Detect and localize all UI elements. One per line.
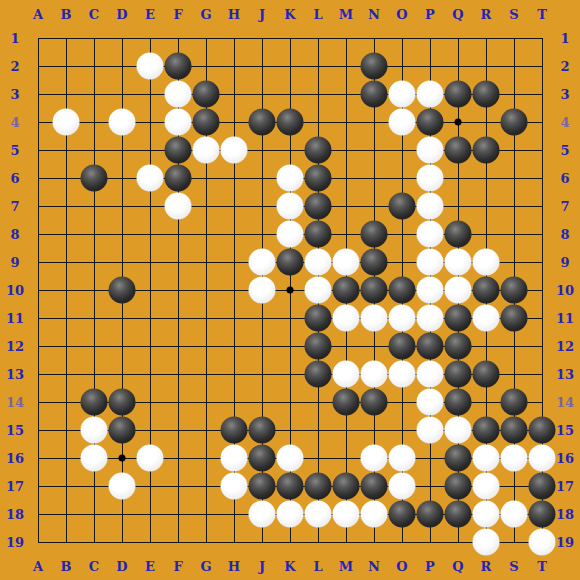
row-label-left-7: 7 [10, 200, 19, 213]
stone-black-M10 [333, 277, 360, 304]
stone-black-L8 [305, 221, 332, 248]
stone-white-P11 [417, 305, 444, 332]
stone-black-K17 [277, 473, 304, 500]
col-label-top-A: A [33, 8, 43, 21]
stone-white-E16 [137, 445, 164, 472]
col-label-top-R: R [481, 8, 492, 21]
stone-black-R5 [473, 137, 500, 164]
col-label-top-F: F [173, 8, 182, 21]
stone-white-L9 [305, 249, 332, 276]
stone-white-R9 [473, 249, 500, 276]
stone-black-Q5 [445, 137, 472, 164]
row-label-left-13: 13 [6, 368, 24, 381]
stone-black-J4 [249, 109, 276, 136]
row-label-left-19: 19 [6, 536, 24, 549]
row-label-right-15: 15 [556, 424, 574, 437]
stone-black-O12 [389, 333, 416, 360]
row-label-left-15: 15 [6, 424, 24, 437]
stone-white-N13 [361, 361, 388, 388]
stone-white-B4 [53, 109, 80, 136]
col-label-top-T: T [537, 8, 547, 21]
stone-white-L18 [305, 501, 332, 528]
stone-white-Q10 [445, 277, 472, 304]
stone-black-L12 [305, 333, 332, 360]
stone-white-M13 [333, 361, 360, 388]
stone-white-R11 [473, 305, 500, 332]
stone-white-N18 [361, 501, 388, 528]
stone-white-Q9 [445, 249, 472, 276]
stone-white-R17 [473, 473, 500, 500]
col-label-bottom-E: E [145, 560, 155, 573]
stone-white-O13 [389, 361, 416, 388]
stone-white-H17 [221, 473, 248, 500]
stone-white-K8 [277, 221, 304, 248]
stone-white-J18 [249, 501, 276, 528]
row-label-left-8: 8 [10, 228, 19, 241]
stone-black-D14 [109, 389, 136, 416]
col-label-bottom-T: T [537, 560, 547, 573]
row-label-right-19: 19 [556, 536, 574, 549]
stone-white-S18 [501, 501, 528, 528]
stone-white-P10 [417, 277, 444, 304]
stone-white-P3 [417, 81, 444, 108]
col-label-bottom-F: F [173, 560, 182, 573]
row-label-left-11: 11 [6, 312, 24, 325]
stone-white-L10 [305, 277, 332, 304]
stone-black-N9 [361, 249, 388, 276]
stone-black-R15 [473, 417, 500, 444]
stone-black-L5 [305, 137, 332, 164]
row-label-right-4: 4 [560, 116, 569, 129]
stone-black-N10 [361, 277, 388, 304]
stone-black-M14 [333, 389, 360, 416]
stone-white-N16 [361, 445, 388, 472]
col-label-bottom-G: G [200, 560, 211, 573]
col-label-bottom-P: P [425, 560, 435, 573]
row-label-left-5: 5 [10, 144, 19, 157]
stone-black-G4 [193, 109, 220, 136]
stone-white-P9 [417, 249, 444, 276]
stone-black-H15 [221, 417, 248, 444]
col-label-bottom-R: R [481, 560, 492, 573]
col-label-bottom-J: J [259, 560, 265, 573]
col-label-top-P: P [425, 8, 435, 21]
stone-black-R3 [473, 81, 500, 108]
row-label-left-12: 12 [6, 340, 24, 353]
stone-black-P18 [417, 501, 444, 528]
stone-white-F3 [165, 81, 192, 108]
stone-black-T18 [529, 501, 556, 528]
stone-white-O17 [389, 473, 416, 500]
stone-white-T16 [529, 445, 556, 472]
stone-white-D17 [109, 473, 136, 500]
row-label-right-10: 10 [556, 284, 574, 297]
col-label-top-D: D [116, 8, 127, 21]
col-label-top-E: E [145, 8, 155, 21]
stone-black-T17 [529, 473, 556, 500]
stone-black-C14 [81, 389, 108, 416]
col-label-bottom-O: O [396, 560, 407, 573]
col-label-top-H: H [228, 8, 240, 21]
stone-white-R18 [473, 501, 500, 528]
col-label-top-N: N [368, 8, 380, 21]
col-label-top-M: M [339, 8, 353, 21]
stone-white-C16 [81, 445, 108, 472]
stone-black-J16 [249, 445, 276, 472]
stone-white-F4 [165, 109, 192, 136]
stone-white-P7 [417, 193, 444, 220]
stone-white-E6 [137, 165, 164, 192]
row-label-right-14: 14 [556, 396, 574, 409]
row-label-left-1: 1 [10, 32, 19, 45]
stone-black-K4 [277, 109, 304, 136]
stone-white-K18 [277, 501, 304, 528]
stone-black-F5 [165, 137, 192, 164]
stone-black-Q11 [445, 305, 472, 332]
col-label-bottom-D: D [116, 560, 127, 573]
stone-white-O11 [389, 305, 416, 332]
stone-black-J15 [249, 417, 276, 444]
stone-black-Q18 [445, 501, 472, 528]
stone-white-H5 [221, 137, 248, 164]
stone-black-N17 [361, 473, 388, 500]
stone-white-M11 [333, 305, 360, 332]
stone-black-D15 [109, 417, 136, 444]
stone-white-R16 [473, 445, 500, 472]
stone-black-S10 [501, 277, 528, 304]
col-label-bottom-N: N [368, 560, 380, 573]
star-point-K10 [287, 287, 294, 294]
star-point-D16 [119, 455, 126, 462]
stone-black-F2 [165, 53, 192, 80]
stone-black-Q8 [445, 221, 472, 248]
stone-white-P15 [417, 417, 444, 444]
row-label-right-5: 5 [560, 144, 569, 157]
col-label-bottom-B: B [61, 560, 72, 573]
col-label-top-Q: Q [452, 8, 463, 21]
row-label-left-18: 18 [6, 508, 24, 521]
stone-black-S4 [501, 109, 528, 136]
row-label-right-12: 12 [556, 340, 574, 353]
col-label-top-K: K [284, 8, 295, 21]
stone-white-H16 [221, 445, 248, 472]
stone-white-O16 [389, 445, 416, 472]
row-label-left-17: 17 [6, 480, 24, 493]
row-label-right-8: 8 [560, 228, 569, 241]
row-label-right-18: 18 [556, 508, 574, 521]
stone-black-L11 [305, 305, 332, 332]
col-label-bottom-Q: Q [452, 560, 463, 573]
stone-white-F7 [165, 193, 192, 220]
stone-white-O4 [389, 109, 416, 136]
col-label-top-C: C [89, 8, 99, 21]
stone-white-O3 [389, 81, 416, 108]
row-label-left-10: 10 [6, 284, 24, 297]
stone-black-S15 [501, 417, 528, 444]
row-label-left-6: 6 [10, 172, 19, 185]
stone-black-Q3 [445, 81, 472, 108]
row-label-left-3: 3 [10, 88, 19, 101]
stone-white-M18 [333, 501, 360, 528]
stone-black-T15 [529, 417, 556, 444]
stone-black-O10 [389, 277, 416, 304]
col-label-bottom-A: A [33, 560, 43, 573]
stone-black-N3 [361, 81, 388, 108]
col-label-top-J: J [259, 8, 265, 21]
stone-white-P8 [417, 221, 444, 248]
stone-black-N8 [361, 221, 388, 248]
col-label-bottom-K: K [284, 560, 295, 573]
stone-black-N2 [361, 53, 388, 80]
stone-black-C6 [81, 165, 108, 192]
row-label-right-7: 7 [560, 200, 569, 213]
stone-black-R10 [473, 277, 500, 304]
stone-black-Q12 [445, 333, 472, 360]
col-label-bottom-S: S [509, 560, 518, 573]
stone-white-P14 [417, 389, 444, 416]
star-point-Q4 [455, 119, 462, 126]
stone-black-S14 [501, 389, 528, 416]
stone-white-C15 [81, 417, 108, 444]
stone-black-J17 [249, 473, 276, 500]
stone-black-R13 [473, 361, 500, 388]
col-label-top-L: L [313, 8, 322, 21]
go-board[interactable]: AABBCCDDEEFFGGHHJJKKLLMMNNOOPPQQRRSSTT11… [0, 0, 580, 580]
stone-black-M17 [333, 473, 360, 500]
stone-white-E2 [137, 53, 164, 80]
stone-black-L17 [305, 473, 332, 500]
stone-white-N11 [361, 305, 388, 332]
stone-white-P13 [417, 361, 444, 388]
stone-white-K16 [277, 445, 304, 472]
stone-black-Q17 [445, 473, 472, 500]
stone-black-O18 [389, 501, 416, 528]
stone-white-P5 [417, 137, 444, 164]
col-label-bottom-M: M [339, 560, 353, 573]
stone-black-Q16 [445, 445, 472, 472]
stone-black-L6 [305, 165, 332, 192]
stone-white-K6 [277, 165, 304, 192]
row-label-left-2: 2 [10, 60, 19, 73]
stone-white-R19 [473, 529, 500, 556]
stone-black-D10 [109, 277, 136, 304]
stone-black-K9 [277, 249, 304, 276]
col-label-top-B: B [61, 8, 72, 21]
row-label-right-11: 11 [556, 312, 574, 325]
col-label-top-G: G [200, 8, 211, 21]
row-label-left-9: 9 [10, 256, 19, 269]
stone-black-P12 [417, 333, 444, 360]
stone-black-O7 [389, 193, 416, 220]
row-label-left-14: 14 [6, 396, 24, 409]
stone-white-Q15 [445, 417, 472, 444]
row-label-right-13: 13 [556, 368, 574, 381]
row-label-left-16: 16 [6, 452, 24, 465]
row-label-right-1: 1 [560, 32, 569, 45]
stone-white-P6 [417, 165, 444, 192]
stone-black-L7 [305, 193, 332, 220]
row-label-right-9: 9 [560, 256, 569, 269]
col-label-top-O: O [396, 8, 407, 21]
stone-white-T19 [529, 529, 556, 556]
stone-white-K7 [277, 193, 304, 220]
stone-black-L13 [305, 361, 332, 388]
col-label-bottom-C: C [89, 560, 99, 573]
stone-white-M9 [333, 249, 360, 276]
row-label-left-4: 4 [10, 116, 19, 129]
stone-black-P4 [417, 109, 444, 136]
row-label-right-3: 3 [560, 88, 569, 101]
row-label-right-16: 16 [556, 452, 574, 465]
stone-white-S16 [501, 445, 528, 472]
col-label-top-S: S [509, 8, 518, 21]
stone-white-J10 [249, 277, 276, 304]
stone-white-G5 [193, 137, 220, 164]
stone-white-J9 [249, 249, 276, 276]
col-label-bottom-L: L [313, 560, 322, 573]
stone-black-G3 [193, 81, 220, 108]
row-label-right-17: 17 [556, 480, 574, 493]
stone-black-S11 [501, 305, 528, 332]
row-label-right-6: 6 [560, 172, 569, 185]
stone-black-Q14 [445, 389, 472, 416]
stone-black-N14 [361, 389, 388, 416]
stone-black-Q13 [445, 361, 472, 388]
stone-white-D4 [109, 109, 136, 136]
stone-black-F6 [165, 165, 192, 192]
col-label-bottom-H: H [228, 560, 240, 573]
row-label-right-2: 2 [560, 60, 569, 73]
